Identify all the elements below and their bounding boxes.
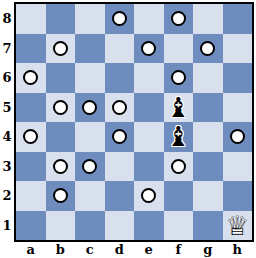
square-d5[interactable] — [105, 93, 135, 123]
square-a5[interactable] — [16, 93, 46, 123]
square-c8[interactable] — [75, 4, 105, 34]
file-label-h: h — [223, 241, 253, 257]
square-d7[interactable] — [105, 34, 135, 64]
board-grid: ♝♝♛♕ — [16, 4, 252, 240]
square-g3[interactable] — [193, 152, 223, 182]
square-f1[interactable] — [164, 211, 194, 241]
square-d8[interactable] — [105, 4, 135, 34]
file-label-b: b — [46, 241, 76, 257]
circle-marker-g7 — [200, 41, 215, 56]
circle-marker-e2 — [141, 188, 156, 203]
square-b4[interactable] — [46, 122, 76, 152]
rank-label-7: 7 — [0, 34, 14, 64]
circle-marker-d4 — [112, 129, 127, 144]
black-bishop-f4[interactable]: ♝ — [164, 122, 194, 152]
square-a6[interactable] — [16, 63, 46, 93]
square-a8[interactable] — [16, 4, 46, 34]
rank-label-1: 1 — [0, 211, 14, 241]
circle-marker-b7 — [53, 41, 68, 56]
black-bishop-f5[interactable]: ♝ — [164, 93, 194, 123]
square-a1[interactable] — [16, 211, 46, 241]
circle-marker-e7 — [141, 41, 156, 56]
square-g1[interactable] — [193, 211, 223, 241]
square-h6[interactable] — [223, 63, 253, 93]
square-g2[interactable] — [193, 181, 223, 211]
square-e7[interactable] — [134, 34, 164, 64]
file-label-c: c — [75, 241, 105, 257]
square-e5[interactable] — [134, 93, 164, 123]
white-queen-h1[interactable]: ♕ — [223, 211, 253, 241]
square-c6[interactable] — [75, 63, 105, 93]
square-g7[interactable] — [193, 34, 223, 64]
rank-label-3: 3 — [0, 152, 14, 182]
square-d3[interactable] — [105, 152, 135, 182]
circle-marker-d8 — [112, 11, 127, 26]
circle-marker-a4 — [23, 129, 38, 144]
rank-label-4: 4 — [0, 122, 14, 152]
square-f8[interactable] — [164, 4, 194, 34]
chess-board-diagram: 87654321 ♝♝♛♕ abcdefgh — [0, 0, 256, 258]
square-b7[interactable] — [46, 34, 76, 64]
file-label-g: g — [193, 241, 223, 257]
square-h1[interactable]: ♛♕ — [223, 211, 253, 241]
square-h2[interactable] — [223, 181, 253, 211]
square-a2[interactable] — [16, 181, 46, 211]
board-frame: ♝♝♛♕ — [14, 2, 254, 242]
square-a3[interactable] — [16, 152, 46, 182]
square-c1[interactable] — [75, 211, 105, 241]
file-labels: abcdefgh — [16, 241, 252, 257]
square-h4[interactable] — [223, 122, 253, 152]
square-a7[interactable] — [16, 34, 46, 64]
circle-marker-f3 — [171, 159, 186, 174]
square-e1[interactable] — [134, 211, 164, 241]
circle-marker-b2 — [53, 188, 68, 203]
square-b2[interactable] — [46, 181, 76, 211]
square-b3[interactable] — [46, 152, 76, 182]
square-c3[interactable] — [75, 152, 105, 182]
square-e3[interactable] — [134, 152, 164, 182]
square-f5[interactable]: ♝ — [164, 93, 194, 123]
circle-marker-c5 — [82, 100, 97, 115]
square-d2[interactable] — [105, 181, 135, 211]
circle-marker-f8 — [171, 11, 186, 26]
square-b1[interactable] — [46, 211, 76, 241]
square-c7[interactable] — [75, 34, 105, 64]
circle-marker-a6 — [23, 70, 38, 85]
circle-marker-h4 — [230, 129, 245, 144]
square-h7[interactable] — [223, 34, 253, 64]
file-label-e: e — [134, 241, 164, 257]
circle-marker-d5 — [112, 100, 127, 115]
square-e2[interactable] — [134, 181, 164, 211]
square-h3[interactable] — [223, 152, 253, 182]
square-d4[interactable] — [105, 122, 135, 152]
rank-label-8: 8 — [0, 4, 14, 34]
rank-label-5: 5 — [0, 93, 14, 123]
square-e8[interactable] — [134, 4, 164, 34]
square-f2[interactable] — [164, 181, 194, 211]
square-f6[interactable] — [164, 63, 194, 93]
circle-marker-f6 — [171, 70, 186, 85]
square-d1[interactable] — [105, 211, 135, 241]
square-e6[interactable] — [134, 63, 164, 93]
rank-labels: 87654321 — [0, 4, 14, 240]
file-label-f: f — [164, 241, 194, 257]
square-h5[interactable] — [223, 93, 253, 123]
square-h8[interactable] — [223, 4, 253, 34]
square-g6[interactable] — [193, 63, 223, 93]
circle-marker-b5 — [53, 100, 68, 115]
square-f3[interactable] — [164, 152, 194, 182]
rank-label-2: 2 — [0, 181, 14, 211]
square-e4[interactable] — [134, 122, 164, 152]
square-g5[interactable] — [193, 93, 223, 123]
rank-label-6: 6 — [0, 63, 14, 93]
circle-marker-b3 — [53, 159, 68, 174]
square-b6[interactable] — [46, 63, 76, 93]
square-c5[interactable] — [75, 93, 105, 123]
square-g4[interactable] — [193, 122, 223, 152]
square-d6[interactable] — [105, 63, 135, 93]
square-f4[interactable]: ♝ — [164, 122, 194, 152]
square-b5[interactable] — [46, 93, 76, 123]
square-c2[interactable] — [75, 181, 105, 211]
square-f7[interactable] — [164, 34, 194, 64]
square-b8[interactable] — [46, 4, 76, 34]
square-a4[interactable] — [16, 122, 46, 152]
file-label-a: a — [16, 241, 46, 257]
circle-marker-c3 — [82, 159, 97, 174]
square-c4[interactable] — [75, 122, 105, 152]
file-label-d: d — [105, 241, 135, 257]
square-g8[interactable] — [193, 4, 223, 34]
